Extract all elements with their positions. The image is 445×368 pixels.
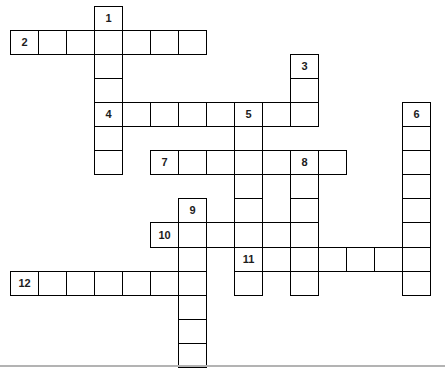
clue-number-3: 3 [301,61,307,72]
cell-r11c4[interactable] [122,271,151,296]
cell-r5c3[interactable] [94,126,123,151]
cell-r1c1[interactable] [38,30,67,55]
cell-r1c4[interactable] [122,30,151,55]
cell-r8c6[interactable]: 9 [178,198,207,223]
cell-r10c10[interactable] [290,247,319,272]
cell-r11c2[interactable] [66,271,95,296]
cell-r10c8[interactable]: 11 [234,247,263,272]
cell-r10c11[interactable] [318,247,347,272]
cell-r6c11[interactable] [318,150,347,175]
cell-r4c9[interactable] [262,102,291,127]
cell-r10c6[interactable] [178,247,207,272]
cell-r6c10[interactable]: 8 [290,150,319,175]
cell-r6c6[interactable] [178,150,207,175]
clue-number-2: 2 [21,37,27,48]
cell-r4c8[interactable]: 5 [234,102,263,127]
cell-r6c14[interactable] [402,150,431,175]
crossword-page: 123456789101112 [0,0,445,368]
cell-r10c12[interactable] [346,247,375,272]
cell-r9c6[interactable] [178,222,207,248]
cell-r4c4[interactable] [122,102,151,127]
cell-r2c3[interactable] [94,54,123,79]
clue-number-12: 12 [18,278,30,289]
cell-r1c3[interactable] [94,30,123,55]
cell-r11c14[interactable] [402,271,431,296]
cell-r11c10[interactable] [290,271,319,296]
clue-number-7: 7 [161,157,167,168]
cell-r2c10[interactable]: 3 [290,54,319,79]
cell-r11c0[interactable]: 12 [10,271,39,296]
cell-r8c14[interactable] [402,198,431,223]
cell-r6c9[interactable] [262,150,291,175]
cell-r10c14[interactable] [402,247,431,272]
cell-r4c3[interactable]: 4 [94,102,123,127]
cell-r9c7[interactable] [206,222,235,248]
cell-r6c8[interactable] [234,150,263,175]
cell-r1c6[interactable] [178,30,207,55]
clue-number-5: 5 [245,109,251,120]
cell-r9c5[interactable]: 10 [150,222,179,248]
clue-number-9: 9 [189,205,195,216]
cell-r11c1[interactable] [38,271,67,296]
cell-r6c5[interactable]: 7 [150,150,179,175]
cell-r8c10[interactable] [290,198,319,223]
cell-r6c7[interactable] [206,150,235,175]
cell-r10c9[interactable] [262,247,291,272]
cell-r4c6[interactable] [178,102,207,127]
cell-r12c6[interactable] [178,295,207,320]
cell-r9c10[interactable] [290,222,319,248]
cell-r5c14[interactable] [402,126,431,151]
clue-number-10: 10 [158,230,170,241]
clue-number-6: 6 [413,109,419,120]
cell-r11c3[interactable] [94,271,123,296]
cell-r7c8[interactable] [234,174,263,199]
cell-r11c6[interactable] [178,271,207,296]
cell-r1c0[interactable]: 2 [10,30,39,55]
cell-r10c13[interactable] [374,247,403,272]
cell-r7c10[interactable] [290,174,319,199]
cell-r3c3[interactable] [94,78,123,103]
cell-r0c3[interactable]: 1 [94,6,123,31]
cell-r5c8[interactable] [234,126,263,151]
cell-r7c14[interactable] [402,174,431,199]
cell-r11c8[interactable] [234,271,263,296]
clue-number-11: 11 [243,254,255,265]
crossword-grid: 123456789101112 [10,6,431,368]
cell-r11c5[interactable] [150,271,179,296]
cell-r9c8[interactable] [234,222,263,248]
cell-r13c6[interactable] [178,319,207,344]
cell-r4c5[interactable] [150,102,179,127]
cell-r9c9[interactable] [262,222,291,248]
cell-r1c5[interactable] [150,30,179,55]
cell-r4c14[interactable]: 6 [402,102,431,127]
clue-number-4: 4 [105,109,111,120]
cell-r8c8[interactable] [234,198,263,223]
bottom-divider [0,365,445,367]
cell-r4c10[interactable] [290,102,319,127]
cell-r6c3[interactable] [94,150,123,175]
clue-number-1: 1 [105,13,111,24]
cell-r9c14[interactable] [402,222,431,248]
cell-r1c2[interactable] [66,30,95,55]
clue-number-8: 8 [301,157,307,168]
cell-r4c7[interactable] [206,102,235,127]
cell-r3c10[interactable] [290,78,319,103]
